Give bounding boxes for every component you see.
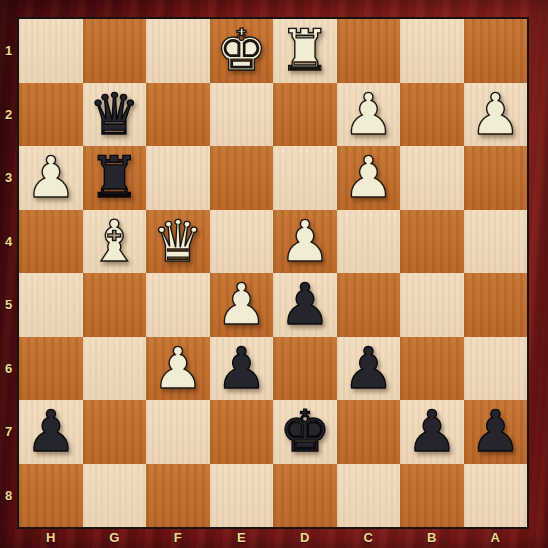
square-h1[interactable] <box>19 19 83 83</box>
black-pawn[interactable]: ♟ <box>25 400 76 464</box>
square-h2[interactable] <box>19 83 83 147</box>
square-h6[interactable] <box>19 337 83 401</box>
square-b4[interactable] <box>400 210 464 274</box>
file-label-h: H <box>19 529 83 548</box>
square-c2[interactable]: ♟ <box>337 83 401 147</box>
black-pawn[interactable]: ♟ <box>216 337 267 401</box>
square-c8[interactable] <box>337 464 401 528</box>
square-c4[interactable] <box>337 210 401 274</box>
square-d5[interactable]: ♟ <box>273 273 337 337</box>
rank-label-8: 8 <box>0 464 17 528</box>
white-pawn[interactable]: ♟ <box>216 273 267 337</box>
square-d3[interactable] <box>273 146 337 210</box>
square-c5[interactable] <box>337 273 401 337</box>
square-c6[interactable]: ♟ <box>337 337 401 401</box>
rank-label-6: 6 <box>0 337 17 401</box>
square-f1[interactable] <box>146 19 210 83</box>
square-d7[interactable]: ♚ <box>273 400 337 464</box>
square-g6[interactable] <box>83 337 147 401</box>
square-f3[interactable] <box>146 146 210 210</box>
black-queen[interactable]: ♛ <box>89 83 140 147</box>
file-label-d: D <box>273 529 337 548</box>
square-g8[interactable] <box>83 464 147 528</box>
black-pawn[interactable]: ♟ <box>470 400 521 464</box>
file-label-e: E <box>210 529 274 548</box>
rank-label-2: 2 <box>0 83 17 147</box>
square-b8[interactable] <box>400 464 464 528</box>
square-a5[interactable] <box>464 273 528 337</box>
file-label-b: B <box>400 529 464 548</box>
square-d1[interactable]: ♜ <box>273 19 337 83</box>
square-f6[interactable]: ♟ <box>146 337 210 401</box>
black-pawn[interactable]: ♟ <box>343 337 394 401</box>
square-h8[interactable] <box>19 464 83 528</box>
square-f4[interactable]: ♛ <box>146 210 210 274</box>
white-pawn[interactable]: ♟ <box>25 146 76 210</box>
white-pawn[interactable]: ♟ <box>470 83 521 147</box>
square-a3[interactable] <box>464 146 528 210</box>
square-h4[interactable] <box>19 210 83 274</box>
square-h5[interactable] <box>19 273 83 337</box>
white-pawn[interactable]: ♟ <box>279 210 330 274</box>
square-a4[interactable] <box>464 210 528 274</box>
white-queen[interactable]: ♛ <box>152 210 203 274</box>
square-e4[interactable] <box>210 210 274 274</box>
rank-label-3: 3 <box>0 146 17 210</box>
square-g7[interactable] <box>83 400 147 464</box>
square-c3[interactable]: ♟ <box>337 146 401 210</box>
rank-label-4: 4 <box>0 210 17 274</box>
square-e8[interactable] <box>210 464 274 528</box>
square-e3[interactable] <box>210 146 274 210</box>
square-e1[interactable]: ♚ <box>210 19 274 83</box>
white-pawn[interactable]: ♟ <box>343 83 394 147</box>
square-g3[interactable]: ♜ <box>83 146 147 210</box>
square-b6[interactable] <box>400 337 464 401</box>
square-e2[interactable] <box>210 83 274 147</box>
white-king[interactable]: ♚ <box>216 19 267 83</box>
rank-label-7: 7 <box>0 400 17 464</box>
square-a8[interactable] <box>464 464 528 528</box>
square-g4[interactable]: ♝ <box>83 210 147 274</box>
square-f7[interactable] <box>146 400 210 464</box>
square-f5[interactable] <box>146 273 210 337</box>
black-rook[interactable]: ♜ <box>89 146 140 210</box>
square-d8[interactable] <box>273 464 337 528</box>
square-f2[interactable] <box>146 83 210 147</box>
square-d2[interactable] <box>273 83 337 147</box>
square-a1[interactable] <box>464 19 528 83</box>
square-b5[interactable] <box>400 273 464 337</box>
square-b2[interactable] <box>400 83 464 147</box>
white-rook[interactable]: ♜ <box>279 19 330 83</box>
square-g5[interactable] <box>83 273 147 337</box>
file-label-c: C <box>337 529 401 548</box>
square-e5[interactable]: ♟ <box>210 273 274 337</box>
black-pawn[interactable]: ♟ <box>406 400 457 464</box>
square-g1[interactable] <box>83 19 147 83</box>
square-c7[interactable] <box>337 400 401 464</box>
square-f8[interactable] <box>146 464 210 528</box>
square-b1[interactable] <box>400 19 464 83</box>
square-d4[interactable]: ♟ <box>273 210 337 274</box>
white-pawn[interactable]: ♟ <box>343 146 394 210</box>
square-h7[interactable]: ♟ <box>19 400 83 464</box>
white-pawn[interactable]: ♟ <box>152 337 203 401</box>
square-b3[interactable] <box>400 146 464 210</box>
chess-board[interactable]: ♚♜♛♟♟♟♜♟♝♛♟♟♟♟♟♟♟♚♟♟ <box>17 17 529 529</box>
square-a6[interactable] <box>464 337 528 401</box>
square-h3[interactable]: ♟ <box>19 146 83 210</box>
square-c1[interactable] <box>337 19 401 83</box>
square-g2[interactable]: ♛ <box>83 83 147 147</box>
square-a2[interactable]: ♟ <box>464 83 528 147</box>
square-e6[interactable]: ♟ <box>210 337 274 401</box>
file-label-g: G <box>83 529 147 548</box>
square-d6[interactable] <box>273 337 337 401</box>
white-bishop[interactable]: ♝ <box>89 210 140 274</box>
square-a7[interactable]: ♟ <box>464 400 528 464</box>
square-b7[interactable]: ♟ <box>400 400 464 464</box>
file-label-f: F <box>146 529 210 548</box>
black-king[interactable]: ♚ <box>279 400 330 464</box>
file-label-a: A <box>464 529 528 548</box>
rank-label-5: 5 <box>0 273 17 337</box>
rank-label-1: 1 <box>0 19 17 83</box>
square-e7[interactable] <box>210 400 274 464</box>
black-pawn[interactable]: ♟ <box>279 273 330 337</box>
